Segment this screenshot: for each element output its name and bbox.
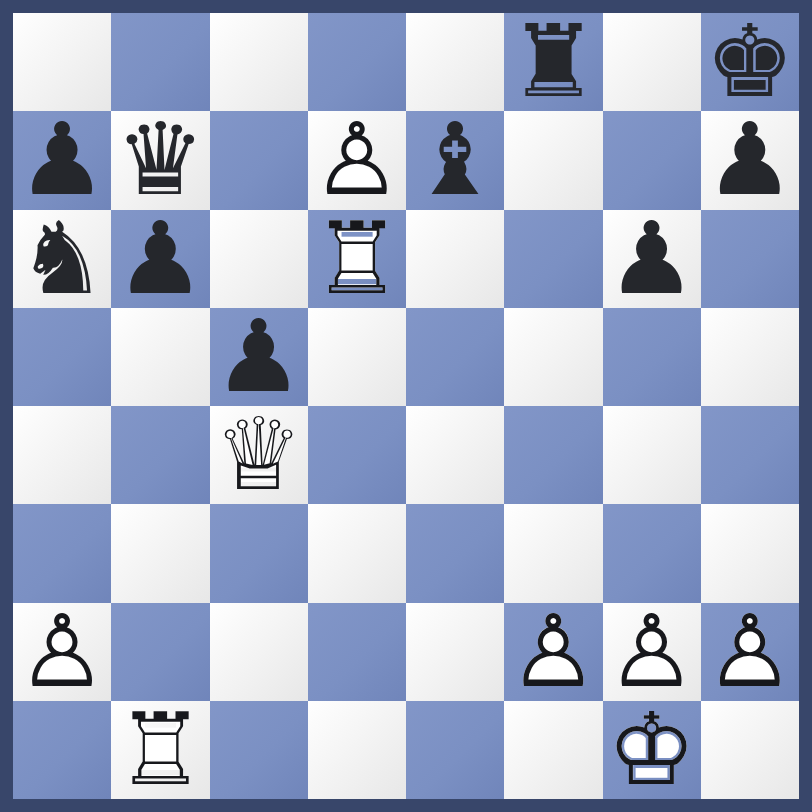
- white-piece-outline-layer: ♙︎: [17, 603, 107, 701]
- black-pawn[interactable]: ♟︎: [210, 308, 308, 406]
- square-d5[interactable]: [308, 308, 406, 406]
- square-f3[interactable]: [504, 504, 602, 602]
- square-b7[interactable]: ♛︎: [111, 111, 209, 209]
- white-piece-outline-layer: ♕︎: [214, 406, 304, 504]
- square-f8[interactable]: ♜︎: [504, 13, 602, 111]
- black-pawn[interactable]: ♟︎: [701, 111, 799, 209]
- white-pawn[interactable]: ♟︎♙︎: [504, 603, 602, 701]
- square-e3[interactable]: [406, 504, 504, 602]
- white-piece-outline-layer: ♙︎: [312, 111, 402, 209]
- black-piece-glyph: ♟︎: [214, 308, 304, 406]
- square-a1[interactable]: [13, 701, 111, 799]
- square-e6[interactable]: [406, 210, 504, 308]
- white-piece-outline-layer: ♙︎: [509, 603, 599, 701]
- square-c7[interactable]: [210, 111, 308, 209]
- white-pawn[interactable]: ♟︎♙︎: [308, 111, 406, 209]
- black-pawn[interactable]: ♟︎: [111, 210, 209, 308]
- square-d8[interactable]: [308, 13, 406, 111]
- square-d4[interactable]: [308, 406, 406, 504]
- square-g8[interactable]: [603, 13, 701, 111]
- white-pawn[interactable]: ♟︎♙︎: [13, 603, 111, 701]
- square-a7[interactable]: ♟︎: [13, 111, 111, 209]
- black-knight[interactable]: ♞︎: [13, 210, 111, 308]
- square-a2[interactable]: ♟︎♙︎: [13, 603, 111, 701]
- square-f5[interactable]: [504, 308, 602, 406]
- square-b3[interactable]: [111, 504, 209, 602]
- black-pawn[interactable]: ♟︎: [603, 210, 701, 308]
- square-f4[interactable]: [504, 406, 602, 504]
- white-piece-outline-layer: ♙︎: [607, 603, 697, 701]
- black-piece-glyph: ♛︎: [116, 111, 206, 209]
- white-king[interactable]: ♚︎♔︎: [603, 701, 701, 799]
- square-h8[interactable]: ♚︎: [701, 13, 799, 111]
- white-piece-outline-layer: ♔︎: [607, 701, 697, 799]
- white-pawn[interactable]: ♟︎♙︎: [603, 603, 701, 701]
- square-c2[interactable]: [210, 603, 308, 701]
- square-h7[interactable]: ♟︎: [701, 111, 799, 209]
- square-c8[interactable]: [210, 13, 308, 111]
- square-c5[interactable]: ♟︎: [210, 308, 308, 406]
- square-e4[interactable]: [406, 406, 504, 504]
- square-g6[interactable]: ♟︎: [603, 210, 701, 308]
- square-g7[interactable]: [603, 111, 701, 209]
- square-e5[interactable]: [406, 308, 504, 406]
- square-f7[interactable]: [504, 111, 602, 209]
- square-h5[interactable]: [701, 308, 799, 406]
- chess-board: ♜︎♚︎♟︎♛︎♟︎♙︎♝︎♟︎♞︎♟︎♜︎♖︎♟︎♟︎♛︎♕︎♟︎♙︎♟︎♙︎…: [0, 0, 812, 812]
- square-b1[interactable]: ♜︎♖︎: [111, 701, 209, 799]
- square-f2[interactable]: ♟︎♙︎: [504, 603, 602, 701]
- square-b5[interactable]: [111, 308, 209, 406]
- square-b2[interactable]: [111, 603, 209, 701]
- white-rook[interactable]: ♜︎♖︎: [111, 701, 209, 799]
- square-f1[interactable]: [504, 701, 602, 799]
- white-pawn[interactable]: ♟︎♙︎: [701, 603, 799, 701]
- square-e2[interactable]: [406, 603, 504, 701]
- square-h2[interactable]: ♟︎♙︎: [701, 603, 799, 701]
- black-piece-glyph: ♚︎: [705, 13, 795, 111]
- black-king[interactable]: ♚︎: [701, 13, 799, 111]
- black-bishop[interactable]: ♝︎: [406, 111, 504, 209]
- black-piece-glyph: ♟︎: [116, 210, 206, 308]
- black-piece-glyph: ♟︎: [705, 111, 795, 209]
- square-g5[interactable]: [603, 308, 701, 406]
- black-pawn[interactable]: ♟︎: [13, 111, 111, 209]
- white-piece-outline-layer: ♙︎: [705, 603, 795, 701]
- square-d2[interactable]: [308, 603, 406, 701]
- square-a4[interactable]: [13, 406, 111, 504]
- black-piece-glyph: ♝︎: [410, 111, 500, 209]
- square-a5[interactable]: [13, 308, 111, 406]
- square-b6[interactable]: ♟︎: [111, 210, 209, 308]
- square-g4[interactable]: [603, 406, 701, 504]
- square-h1[interactable]: [701, 701, 799, 799]
- square-g3[interactable]: [603, 504, 701, 602]
- square-c1[interactable]: [210, 701, 308, 799]
- square-h4[interactable]: [701, 406, 799, 504]
- square-c4[interactable]: ♛︎♕︎: [210, 406, 308, 504]
- square-a6[interactable]: ♞︎: [13, 210, 111, 308]
- square-e7[interactable]: ♝︎: [406, 111, 504, 209]
- black-piece-glyph: ♜︎: [509, 13, 599, 111]
- white-piece-outline-layer: ♖︎: [312, 210, 402, 308]
- black-piece-glyph: ♞︎: [17, 210, 107, 308]
- square-e8[interactable]: [406, 13, 504, 111]
- black-piece-glyph: ♟︎: [17, 111, 107, 209]
- square-e1[interactable]: [406, 701, 504, 799]
- black-piece-glyph: ♟︎: [607, 210, 697, 308]
- square-a3[interactable]: [13, 504, 111, 602]
- square-f6[interactable]: [504, 210, 602, 308]
- square-a8[interactable]: [13, 13, 111, 111]
- square-g1[interactable]: ♚︎♔︎: [603, 701, 701, 799]
- square-c3[interactable]: [210, 504, 308, 602]
- square-d1[interactable]: [308, 701, 406, 799]
- black-rook[interactable]: ♜︎: [504, 13, 602, 111]
- square-b4[interactable]: [111, 406, 209, 504]
- square-h3[interactable]: [701, 504, 799, 602]
- square-d6[interactable]: ♜︎♖︎: [308, 210, 406, 308]
- square-g2[interactable]: ♟︎♙︎: [603, 603, 701, 701]
- square-c6[interactable]: [210, 210, 308, 308]
- black-queen[interactable]: ♛︎: [111, 111, 209, 209]
- white-rook[interactable]: ♜︎♖︎: [308, 210, 406, 308]
- square-d7[interactable]: ♟︎♙︎: [308, 111, 406, 209]
- square-d3[interactable]: [308, 504, 406, 602]
- white-queen[interactable]: ♛︎♕︎: [210, 406, 308, 504]
- square-b8[interactable]: [111, 13, 209, 111]
- square-h6[interactable]: [701, 210, 799, 308]
- white-piece-outline-layer: ♖︎: [116, 701, 206, 799]
